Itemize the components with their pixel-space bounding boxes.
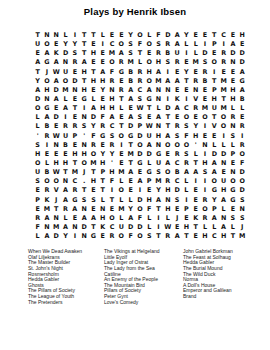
grid-cell: C (107, 122, 116, 131)
grid-cell: E (89, 205, 98, 214)
grid-cell: N (52, 214, 61, 223)
grid-cell: L (135, 58, 144, 67)
grid-cell: J (79, 168, 88, 177)
grid-cell: Y (182, 31, 191, 40)
grid-cell: O (117, 132, 126, 141)
grid-cell: T (135, 49, 144, 58)
grid-cell: E (219, 68, 228, 77)
grid-cell: R (117, 58, 126, 67)
grid-cell: U (33, 40, 42, 49)
grid-cell: E (52, 104, 61, 113)
grid-cell: R (163, 232, 172, 241)
grid-cell: A (98, 68, 107, 77)
grid-cell: H (98, 159, 107, 168)
grid-cell: H (98, 214, 107, 223)
grid-cell: L (98, 31, 107, 40)
grid-cell: H (98, 77, 107, 86)
grid-cell: E (98, 49, 107, 58)
grid-cell: E (70, 68, 79, 77)
grid-cell: A (79, 214, 88, 223)
grid-cell: N (52, 141, 61, 150)
grid-cell: A (145, 141, 154, 150)
grid-cell: E (98, 232, 107, 241)
grid-cell: T (79, 77, 88, 86)
grid-cell: E (89, 86, 98, 95)
grid-cell: E (70, 214, 79, 223)
grid-cell: T (182, 232, 191, 241)
grid-cell: S (126, 40, 135, 49)
grid-cell: L (238, 104, 247, 113)
grid-cell: O (79, 159, 88, 168)
grid-cell: D (238, 49, 247, 58)
grid-cell: R (61, 122, 70, 131)
grid-cell: L (33, 122, 42, 131)
grid-cell: M (126, 150, 135, 159)
grid-cell: L (61, 31, 70, 40)
grid-cell: S (200, 58, 209, 67)
grid-cell: E (70, 113, 79, 122)
grid-cell: O (172, 141, 181, 150)
grid-cell: A (89, 214, 98, 223)
grid-cell: C (107, 40, 116, 49)
grid-cell: R (70, 58, 79, 67)
grid-cell: W (163, 223, 172, 232)
grid-cell: A (163, 77, 172, 86)
grid-cell: T (33, 31, 42, 40)
grid-cell: M (126, 58, 135, 67)
grid-cell: O (107, 58, 116, 67)
grid-cell: D (200, 49, 209, 58)
grid-cell: L (228, 223, 237, 232)
grid-cell: R (172, 58, 181, 67)
grid-cell: T (70, 104, 79, 113)
grid-cell: A (228, 40, 237, 49)
grid-cell: E (172, 205, 181, 214)
grid-cell: A (126, 168, 135, 177)
grid-cell: K (172, 95, 181, 104)
grid-cell: N (154, 86, 163, 95)
grid-cell: R (135, 77, 144, 86)
grid-cell: I (182, 49, 191, 58)
grid-cell: T (52, 205, 61, 214)
grid-cell: T (163, 113, 172, 122)
grid-cell: G (117, 68, 126, 77)
word-column-1: When We Dead AwakenOlaf LiljekransThe Ma… (28, 249, 82, 305)
grid-cell: E (117, 159, 126, 168)
grid-cell: D (219, 150, 228, 159)
grid-cell: I (182, 95, 191, 104)
grid-cell: S (154, 40, 163, 49)
grid-cell: L (182, 186, 191, 195)
grid-cell: M (154, 77, 163, 86)
grid-cell: R (42, 132, 51, 141)
grid-cell: R (33, 214, 42, 223)
grid-cell: Y (33, 77, 42, 86)
grid-cell: E (182, 214, 191, 223)
grid-cell: I (182, 196, 191, 205)
grid-cell: S (182, 150, 191, 159)
grid-cell: O (107, 214, 116, 223)
grid-cell: S (126, 49, 135, 58)
grid-cell: A (52, 77, 61, 86)
grid-cell: O (182, 113, 191, 122)
grid-cell: N (219, 159, 228, 168)
grid-cell: T (126, 141, 135, 150)
grid-cell: I (70, 31, 79, 40)
grid-cell: W (145, 122, 154, 131)
grid-cell: A (33, 58, 42, 67)
grid-cell: A (135, 177, 144, 186)
grid-cell: I (163, 95, 172, 104)
grid-cell: E (126, 177, 135, 186)
grid-cell: O (61, 77, 70, 86)
grid-cell: R (238, 122, 247, 131)
grid-cell: E (145, 113, 154, 122)
grid-cell: J (42, 68, 51, 77)
grid-cell: G (210, 186, 219, 195)
grid-cell: N (163, 86, 172, 95)
grid-cell: O (145, 58, 154, 67)
grid-cell: D (52, 113, 61, 122)
grid-cell: E (191, 196, 200, 205)
grid-cell: I (200, 177, 209, 186)
grid-cell: S (154, 168, 163, 177)
grid-cell: C (70, 177, 79, 186)
grid-cell: E (182, 86, 191, 95)
grid-cell: L (117, 177, 126, 186)
grid-cell: F (107, 177, 116, 186)
grid-cell: E (172, 86, 181, 95)
grid-cell: D (210, 150, 219, 159)
grid-cell: T (89, 68, 98, 77)
grid-cell: W (52, 168, 61, 177)
grid-cell: N (70, 86, 79, 95)
grid-cell: D (238, 58, 247, 67)
grid-cell: O (117, 40, 126, 49)
grid-cell: F (98, 113, 107, 122)
grid-cell: Y (70, 40, 79, 49)
word-column-3: John Gabriel BorkmanThe Feast at Solhaug… (183, 249, 233, 300)
grid-cell: C (210, 232, 219, 241)
grid-cell: O (33, 104, 42, 113)
grid-cell: N (42, 223, 51, 232)
grid-cell: R (61, 205, 70, 214)
grid-cell: E (238, 40, 247, 49)
word-item: Brand (183, 294, 233, 300)
grid-cell: L (33, 232, 42, 241)
grid-cell: N (107, 86, 116, 95)
grid-cell: I (117, 141, 126, 150)
grid-cell: E (117, 150, 126, 159)
grid-cell: F (33, 223, 42, 232)
grid-cell: D (135, 196, 144, 205)
grid-cell: E (191, 68, 200, 77)
grid-cell: E (107, 31, 116, 40)
grid-cell: A (61, 104, 70, 113)
grid-cell: N (191, 86, 200, 95)
grid-cell: O (163, 168, 172, 177)
grid-cell: A (238, 86, 247, 95)
grid-cell: U (145, 132, 154, 141)
grid-cell: O (163, 141, 172, 150)
grid-cell: E (33, 49, 42, 58)
grid-cell: E (135, 168, 144, 177)
grid-cell: F (154, 31, 163, 40)
grid-cell: H (98, 104, 107, 113)
grid-cell: M (107, 49, 116, 58)
grid-cell: T (61, 168, 70, 177)
grid-cell: Y (210, 196, 219, 205)
grid-cell: O (145, 77, 154, 86)
grid-cell: H (238, 31, 247, 40)
grid-cell: E (228, 205, 237, 214)
grid-cell: L (182, 177, 191, 186)
grid-cell: I (238, 132, 247, 141)
grid-cell: R (219, 49, 228, 58)
grid-cell: T (210, 31, 219, 40)
grid-cell: M (200, 104, 209, 113)
grid-cell: N (228, 122, 237, 131)
grid-cell: H (107, 95, 116, 104)
grid-cell: G (98, 132, 107, 141)
grid-cell: A (163, 159, 172, 168)
grid-cell: G (145, 168, 154, 177)
grid-cell: I (154, 223, 163, 232)
grid-cell: A (172, 31, 181, 40)
grid-cell: L (61, 214, 70, 223)
grid-cell: A (210, 159, 219, 168)
grid-cell: E (228, 31, 237, 40)
grid-cell: R (200, 68, 209, 77)
grid-cell: Y (154, 186, 163, 195)
grid-cell: M (191, 58, 200, 67)
grid-cell: A (172, 232, 181, 241)
grid-cell: E (98, 95, 107, 104)
grid-cell: K (98, 223, 107, 232)
grid-cell: H (145, 68, 154, 77)
grid-cell: E (200, 132, 209, 141)
grid-cell: C (107, 223, 116, 232)
grid-cell: U (219, 177, 228, 186)
grid-cell: U (172, 49, 181, 58)
grid-cell: B (42, 122, 51, 131)
grid-cell: T (79, 40, 88, 49)
grid-cell: T (98, 186, 107, 195)
grid-cell: D (126, 122, 135, 131)
grid-cell: T (163, 122, 172, 131)
grid-cell: G (89, 232, 98, 241)
word-item: The Pretenders (28, 300, 82, 306)
grid-cell: O (135, 232, 144, 241)
grid-cell: T (89, 31, 98, 40)
grid-cell: S (238, 196, 247, 205)
grid-cell: N (52, 31, 61, 40)
grid-cell: N (79, 205, 88, 214)
grid-cell: A (79, 58, 88, 67)
grid-cell: E (52, 122, 61, 131)
grid-cell: R (70, 186, 79, 195)
grid-cell: W (135, 104, 144, 113)
grid-cell: M (89, 159, 98, 168)
grid-cell: N (42, 95, 51, 104)
grid-cell: E (191, 186, 200, 195)
grid-cell: S (228, 214, 237, 223)
grid-cell: A (42, 214, 51, 223)
grid-cell: N (154, 141, 163, 150)
grid-cell: M (219, 104, 228, 113)
grid-cell: E (33, 186, 42, 195)
grid-cell: O (135, 141, 144, 150)
grid-cell: L (98, 196, 107, 205)
grid-cell: W (52, 68, 61, 77)
grid-cell: H (228, 95, 237, 104)
grid-cell: L (61, 95, 70, 104)
grid-cell: N (70, 223, 79, 232)
grid-cell: L (154, 104, 163, 113)
grid-cell: E (191, 31, 200, 40)
grid-cell: H (89, 49, 98, 58)
grid-cell: Y (126, 31, 135, 40)
word-item: Love's Comedy (104, 300, 160, 306)
grid-cell: T (89, 223, 98, 232)
grid-cell: Y (61, 232, 70, 241)
grid-cell: M (52, 223, 61, 232)
grid-cell: G (42, 58, 51, 67)
grid-cell: E (172, 223, 181, 232)
grid-cell: L (182, 40, 191, 49)
grid-cell: E (238, 113, 247, 122)
grid-cell: R (219, 58, 228, 67)
grid-cell: O (117, 232, 126, 241)
grid-cell: T (70, 159, 79, 168)
grid-cell: E (89, 186, 98, 195)
grid-cell: L (228, 141, 237, 150)
grid-cell: D (172, 186, 181, 195)
grid-cell: I (210, 68, 219, 77)
grid-cell: I (61, 113, 70, 122)
grid-cell: N (79, 113, 88, 122)
grid-cell: B (61, 141, 70, 150)
grid-cell: N (98, 205, 107, 214)
grid-cell: M (219, 86, 228, 95)
grid-cell: U (210, 104, 219, 113)
grid-cell: T (98, 177, 107, 186)
grid-cell: P (70, 132, 79, 141)
grid-cell: K (52, 49, 61, 58)
grid-cell: Y (98, 150, 107, 159)
grid-cell: I (107, 186, 116, 195)
grid-cell: R (70, 122, 79, 131)
grid-cell: E (89, 58, 98, 67)
grid-cell: E (42, 150, 51, 159)
grid-cell: L (145, 223, 154, 232)
grid-cell: G (228, 196, 237, 205)
grid-cell: . (79, 177, 88, 186)
grid-cell: A (61, 196, 70, 205)
grid-cell: A (182, 168, 191, 177)
grid-cell: D (145, 150, 154, 159)
grid-cell: A (117, 49, 126, 58)
grid-cell: P (210, 205, 219, 214)
grid-cell: T (154, 205, 163, 214)
grid-cell: R (117, 86, 126, 95)
grid-cell: N (154, 122, 163, 131)
grid-cell: A (42, 49, 51, 58)
grid-cell: I (200, 150, 209, 159)
grid-cell: F (107, 68, 116, 77)
grid-cell: D (163, 31, 172, 40)
grid-cell: T (145, 104, 154, 113)
grid-cell: D (238, 168, 247, 177)
grid-cell: E (117, 77, 126, 86)
grid-cell: A (52, 58, 61, 67)
grid-cell: L (191, 150, 200, 159)
grid-cell: E (145, 49, 154, 58)
grid-cell: F (135, 40, 144, 49)
grid-cell: P (182, 205, 191, 214)
grid-cell: S (238, 214, 247, 223)
grid-cell: U (33, 168, 42, 177)
grid-cell: H (89, 177, 98, 186)
grid-cell: A (172, 40, 181, 49)
grid-cell: U (154, 159, 163, 168)
word-grid: TNNLITTLEEYOLFDAYEETCEHUOEYYTEICOSFOSRAL… (33, 31, 247, 241)
grid-cell: A (210, 168, 219, 177)
grid-cell: B (200, 77, 209, 86)
grid-cell: T (117, 95, 126, 104)
grid-cell: L (117, 214, 126, 223)
grid-cell: I (98, 40, 107, 49)
grid-cell: E (33, 205, 42, 214)
grid-cell: H (107, 168, 116, 177)
grid-cell: E (98, 58, 107, 67)
grid-cell: L (191, 49, 200, 58)
grid-cell: E (126, 104, 135, 113)
grid-cell: E (163, 150, 172, 159)
grid-cell: O (33, 159, 42, 168)
grid-cell: H (79, 86, 88, 95)
grid-cell: A (89, 104, 98, 113)
grid-cell: O (210, 177, 219, 186)
grid-cell: A (126, 95, 135, 104)
grid-cell: O (182, 141, 191, 150)
grid-cell: C (172, 177, 181, 186)
grid-cell: R (163, 40, 172, 49)
grid-cell: N (163, 196, 172, 205)
grid-cell: F (182, 132, 191, 141)
grid-cell: S (200, 168, 209, 177)
grid-cell: A (126, 214, 135, 223)
grid-cell: H (79, 150, 88, 159)
grid-cell: J (52, 196, 61, 205)
grid-cell: H (89, 77, 98, 86)
grid-cell: Y (107, 150, 116, 159)
grid-cell: A (52, 95, 61, 104)
grid-cell: T (191, 159, 200, 168)
grid-cell: E (228, 68, 237, 77)
grid-cell: L (42, 159, 51, 168)
grid-cell: A (163, 132, 172, 141)
grid-cell: C (182, 104, 191, 113)
grid-cell: H (79, 68, 88, 77)
grid-cell: S (135, 113, 144, 122)
grid-cell: O (42, 77, 51, 86)
grid-cell: O (200, 113, 209, 122)
grid-cell: L (228, 104, 237, 113)
grid-cell: O (238, 177, 247, 186)
grid-cell: R (89, 141, 98, 150)
grid-cell: D (135, 223, 144, 232)
